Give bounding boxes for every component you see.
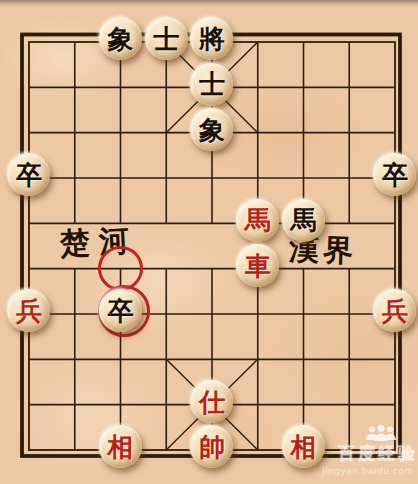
board-point[interactable] — [235, 19, 281, 64]
board-point[interactable] — [326, 19, 372, 64]
piece-red-elephant[interactable]: 相 — [99, 425, 142, 468]
board-point[interactable] — [6, 201, 52, 246]
board-point[interactable] — [326, 291, 372, 336]
board-point[interactable] — [143, 110, 189, 155]
board-point[interactable] — [326, 110, 372, 155]
piece-black-advisor[interactable]: 士 — [190, 63, 233, 106]
board-point[interactable] — [52, 337, 98, 382]
piece-red-advisor[interactable]: 仕 — [190, 380, 233, 423]
board-point[interactable] — [52, 19, 98, 64]
board-point[interactable]: 將 — [189, 19, 235, 64]
board-point[interactable] — [143, 246, 189, 291]
board-point[interactable] — [235, 65, 281, 110]
board-point[interactable]: 馬 — [235, 201, 281, 246]
board-point[interactable] — [372, 65, 418, 110]
board-point[interactable] — [6, 427, 52, 472]
board-point[interactable] — [98, 382, 144, 427]
piece-glyph: 仕 — [199, 389, 225, 415]
board-point[interactable] — [281, 19, 327, 64]
piece-glyph: 象 — [199, 117, 225, 143]
board-point[interactable] — [281, 246, 327, 291]
board-point[interactable] — [326, 382, 372, 427]
board-point[interactable]: 卒 — [372, 155, 418, 200]
board-point[interactable] — [235, 155, 281, 200]
board-point[interactable] — [326, 155, 372, 200]
piece-black-elephant[interactable]: 象 — [190, 108, 233, 151]
board-point[interactable]: 卒 — [98, 291, 144, 336]
board-point[interactable]: 士 — [189, 65, 235, 110]
board-point[interactable] — [281, 110, 327, 155]
piece-black-horse[interactable]: 馬 — [282, 199, 325, 242]
board-point[interactable] — [189, 155, 235, 200]
piece-glyph: 相 — [107, 434, 133, 460]
board-point[interactable] — [98, 201, 144, 246]
board-point[interactable] — [372, 246, 418, 291]
board-point[interactable] — [189, 201, 235, 246]
piece-glyph: 馬 — [245, 207, 271, 233]
last-move-from-ring — [98, 246, 143, 291]
piece-glyph: 相 — [290, 434, 316, 460]
board-point[interactable] — [6, 382, 52, 427]
piece-glyph: 士 — [199, 71, 225, 97]
board-point[interactable] — [52, 65, 98, 110]
board-point[interactable] — [52, 382, 98, 427]
board-point[interactable] — [143, 65, 189, 110]
piece-glyph: 兵 — [382, 298, 408, 324]
piece-black-soldier[interactable]: 卒 — [99, 289, 142, 332]
board-point[interactable] — [235, 427, 281, 472]
board-point[interactable] — [235, 110, 281, 155]
piece-glyph: 卒 — [107, 298, 133, 324]
piece-red-soldier[interactable]: 兵 — [373, 289, 416, 332]
board-point[interactable] — [189, 246, 235, 291]
piece-black-elephant[interactable]: 象 — [99, 17, 142, 60]
piece-black-advisor[interactable]: 士 — [145, 17, 188, 60]
piece-glyph: 卒 — [16, 162, 42, 188]
board-point[interactable] — [235, 291, 281, 336]
board-point[interactable] — [52, 427, 98, 472]
board-point[interactable] — [235, 382, 281, 427]
board-point[interactable] — [52, 110, 98, 155]
board-point[interactable] — [143, 291, 189, 336]
piece-glyph: 帥 — [199, 434, 225, 460]
board-point[interactable] — [98, 110, 144, 155]
piece-red-soldier[interactable]: 兵 — [7, 289, 50, 332]
board-point[interactable]: 象 — [98, 19, 144, 64]
board-point[interactable] — [6, 65, 52, 110]
board-point[interactable]: 兵 — [372, 291, 418, 336]
board-point[interactable] — [143, 155, 189, 200]
board-point[interactable] — [6, 19, 52, 64]
board-point[interactable] — [372, 337, 418, 382]
board-point[interactable] — [281, 65, 327, 110]
board-point[interactable]: 象 — [189, 110, 235, 155]
board-point[interactable] — [189, 337, 235, 382]
xiangqi-board: 楚河 漢界 象士將士象卒卒馬馬車兵卒兵仕相帥相 百度经验 jingyan.bai… — [0, 0, 418, 484]
board-point[interactable] — [98, 337, 144, 382]
piece-glyph: 卒 — [382, 162, 408, 188]
board-point[interactable] — [52, 201, 98, 246]
board-point[interactable] — [326, 201, 372, 246]
board-point[interactable] — [98, 65, 144, 110]
board-point[interactable] — [372, 201, 418, 246]
board-point[interactable] — [326, 246, 372, 291]
board-point[interactable]: 仕 — [189, 382, 235, 427]
board-point[interactable] — [6, 110, 52, 155]
piece-glyph: 馬 — [290, 207, 316, 233]
piece-red-elephant[interactable]: 相 — [282, 425, 325, 468]
board-point[interactable] — [98, 155, 144, 200]
board-point[interactable] — [281, 382, 327, 427]
piece-black-soldier[interactable]: 卒 — [7, 153, 50, 196]
piece-red-horse[interactable]: 馬 — [236, 199, 279, 242]
board-point[interactable] — [326, 65, 372, 110]
piece-red-general[interactable]: 帥 — [190, 425, 233, 468]
board-point[interactable] — [326, 427, 372, 472]
board-point[interactable]: 車 — [235, 246, 281, 291]
board-point[interactable] — [143, 337, 189, 382]
board-point[interactable] — [6, 337, 52, 382]
board-grid[interactable]: 象士將士象卒卒馬馬車兵卒兵仕相帥相 — [6, 19, 418, 472]
piece-glyph: 士 — [153, 26, 179, 52]
board-point[interactable]: 兵 — [6, 291, 52, 336]
piece-glyph: 象 — [107, 26, 133, 52]
board-point[interactable] — [281, 337, 327, 382]
piece-black-general[interactable]: 將 — [190, 17, 233, 60]
board-point[interactable]: 帥 — [189, 427, 235, 472]
board-point[interactable] — [372, 110, 418, 155]
board-point[interactable]: 卒 — [6, 155, 52, 200]
board-point[interactable] — [281, 155, 327, 200]
board-point[interactable] — [52, 155, 98, 200]
board-point[interactable] — [372, 382, 418, 427]
board-point[interactable] — [235, 337, 281, 382]
piece-glyph: 車 — [245, 253, 271, 279]
board-point[interactable] — [143, 201, 189, 246]
board-point[interactable] — [52, 291, 98, 336]
board-point[interactable] — [372, 19, 418, 64]
board-point[interactable] — [326, 337, 372, 382]
board-point[interactable] — [98, 246, 144, 291]
piece-red-chariot[interactable]: 車 — [236, 244, 279, 287]
piece-glyph: 將 — [199, 26, 225, 52]
board-point[interactable] — [52, 246, 98, 291]
board-point[interactable]: 士 — [143, 19, 189, 64]
board-point[interactable] — [6, 246, 52, 291]
board-point[interactable] — [143, 427, 189, 472]
board-point[interactable] — [281, 291, 327, 336]
board-point[interactable] — [372, 427, 418, 472]
piece-black-soldier[interactable]: 卒 — [373, 153, 416, 196]
piece-glyph: 兵 — [16, 298, 42, 324]
board-point[interactable]: 相 — [98, 427, 144, 472]
board-point[interactable] — [189, 291, 235, 336]
board-point[interactable] — [143, 382, 189, 427]
board-point[interactable]: 馬 — [281, 201, 327, 246]
board-point[interactable]: 相 — [281, 427, 327, 472]
